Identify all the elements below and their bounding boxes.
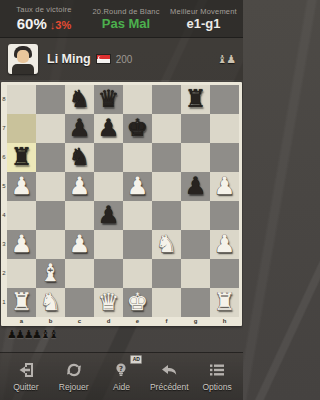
previous-button[interactable]: Précédent: [146, 360, 192, 392]
round-eval: Pas Mal: [88, 16, 164, 32]
square-g1[interactable]: [181, 288, 210, 317]
square-b1[interactable]: ♞: [36, 288, 65, 317]
square-f1[interactable]: [152, 288, 181, 317]
square-d3[interactable]: [94, 230, 123, 259]
square-a2[interactable]: [7, 259, 36, 288]
piece-black-knight[interactable]: ♞: [65, 143, 94, 172]
options-button[interactable]: Options: [194, 360, 240, 392]
piece-black-queen[interactable]: ♛: [94, 85, 123, 114]
file-label-c: c: [65, 317, 94, 326]
piece-white-bishop[interactable]: ♝: [36, 259, 65, 288]
piece-black-rook[interactable]: ♜: [181, 85, 210, 114]
square-a7[interactable]: [7, 114, 36, 143]
square-e3[interactable]: [123, 230, 152, 259]
exit-icon: [16, 360, 36, 380]
piece-white-knight[interactable]: ♞: [36, 288, 65, 317]
square-e1[interactable]: ♚: [123, 288, 152, 317]
square-h5[interactable]: ♟: [210, 172, 239, 201]
square-f5[interactable]: [152, 172, 181, 201]
piece-white-pawn[interactable]: ♟: [210, 230, 239, 259]
square-f8[interactable]: [152, 85, 181, 114]
file-label-b: b: [36, 317, 65, 326]
square-d2[interactable]: [94, 259, 123, 288]
tool-label: Rejouer: [59, 382, 89, 392]
square-c3[interactable]: ♟: [65, 230, 94, 259]
square-b2[interactable]: ♝: [36, 259, 65, 288]
file-label-a: a: [7, 317, 36, 326]
square-h2[interactable]: [210, 259, 239, 288]
singapore-flag-icon: [96, 54, 111, 64]
file-label-f: f: [152, 317, 181, 326]
toolbar: Quitter Rejouer AD ? Aide Précédent Opti…: [0, 352, 243, 400]
square-c1[interactable]: [65, 288, 94, 317]
square-h3[interactable]: ♟: [210, 230, 239, 259]
square-e2[interactable]: [123, 259, 152, 288]
square-g8[interactable]: ♜: [181, 85, 210, 114]
square-b6[interactable]: [36, 143, 65, 172]
file-label-d: d: [94, 317, 123, 326]
square-a8[interactable]: [7, 85, 36, 114]
piece-white-pawn[interactable]: ♟: [65, 230, 94, 259]
square-e6[interactable]: [123, 143, 152, 172]
square-f6[interactable]: [152, 143, 181, 172]
square-b3[interactable]: [36, 230, 65, 259]
piece-black-king[interactable]: ♚: [123, 114, 152, 143]
player-name: Li Ming: [47, 52, 91, 66]
win-rate-label: Taux de victoire: [0, 5, 88, 14]
hint-button[interactable]: AD ? Aide: [98, 360, 144, 392]
hint-icon: ?: [111, 360, 131, 380]
square-b8[interactable]: [36, 85, 65, 114]
stats-bar: Taux de victoire 60% ↓3% 20.Round de Bla…: [0, 0, 243, 38]
undo-icon: [159, 360, 179, 380]
piece-white-pawn[interactable]: ♟: [7, 172, 36, 201]
win-rate-stat: Taux de victoire 60% ↓3%: [0, 5, 88, 33]
tool-label: Options: [202, 382, 231, 392]
chess-board[interactable]: ♞♛♜♟♟♚♜♞♟♟♟♟♟♟♟♟♞♟♝♜♞♛♚♜: [7, 85, 239, 317]
piece-black-rook[interactable]: ♜: [7, 143, 36, 172]
opponent-bar: Li Ming 200 ♝♟: [0, 38, 243, 80]
piece-white-pawn[interactable]: ♟: [123, 172, 152, 201]
piece-white-pawn[interactable]: ♟: [65, 172, 94, 201]
rank-label-8: 8: [1, 85, 7, 114]
square-g2[interactable]: [181, 259, 210, 288]
square-c4[interactable]: [65, 201, 94, 230]
square-e8[interactable]: [123, 85, 152, 114]
square-h1[interactable]: ♜: [210, 288, 239, 317]
rank-label-5: 5: [1, 172, 7, 201]
square-f4[interactable]: [152, 201, 181, 230]
ad-badge: AD: [130, 355, 142, 365]
options-icon: [207, 360, 227, 380]
piece-white-knight[interactable]: ♞: [152, 230, 181, 259]
square-b4[interactable]: [36, 201, 65, 230]
round-label: 20.Round de Blanc: [88, 7, 164, 16]
square-e4[interactable]: [123, 201, 152, 230]
square-h7[interactable]: [210, 114, 239, 143]
square-a6[interactable]: ♜: [7, 143, 36, 172]
rank-label-2: 2: [1, 259, 7, 288]
piece-white-rook[interactable]: ♜: [210, 288, 239, 317]
rank-label-3: 3: [1, 230, 7, 259]
piece-black-pawn[interactable]: ♟: [65, 114, 94, 143]
piece-white-pawn[interactable]: ♟: [7, 230, 36, 259]
piece-black-pawn[interactable]: ♟: [94, 201, 123, 230]
square-c7[interactable]: ♟: [65, 114, 94, 143]
square-c5[interactable]: ♟: [65, 172, 94, 201]
quit-button[interactable]: Quitter: [3, 360, 49, 392]
rank-label-6: 6: [1, 143, 7, 172]
square-e7[interactable]: ♚: [123, 114, 152, 143]
square-e5[interactable]: ♟: [123, 172, 152, 201]
rank-label-4: 4: [1, 201, 7, 230]
player-rating: 200: [116, 54, 133, 65]
svg-text:?: ?: [119, 364, 123, 372]
square-g7[interactable]: [181, 114, 210, 143]
best-move-value: e1-g1: [164, 16, 243, 32]
square-b5[interactable]: [36, 172, 65, 201]
square-g3[interactable]: [181, 230, 210, 259]
piece-black-pawn[interactable]: ♟: [94, 114, 123, 143]
captured-by-white-tray: ♟♟♟♟♝♝: [7, 328, 243, 341]
piece-black-knight[interactable]: ♞: [65, 85, 94, 114]
square-b7[interactable]: [36, 114, 65, 143]
square-c6[interactable]: ♞: [65, 143, 94, 172]
best-move-stat: Meilleur Movement e1-g1: [164, 7, 243, 33]
square-d7[interactable]: ♟: [94, 114, 123, 143]
square-h8[interactable]: [210, 85, 239, 114]
file-labels: abcdefgh: [7, 317, 239, 326]
square-d4[interactable]: ♟: [94, 201, 123, 230]
square-f2[interactable]: [152, 259, 181, 288]
square-c8[interactable]: ♞: [65, 85, 94, 114]
piece-white-king[interactable]: ♚: [123, 288, 152, 317]
rank-label-1: 1: [1, 288, 7, 317]
tool-label: Aide: [113, 382, 130, 392]
replay-button[interactable]: Rejouer: [51, 360, 97, 392]
square-h4[interactable]: [210, 201, 239, 230]
round-stat: 20.Round de Blanc Pas Mal: [88, 7, 164, 33]
file-label-e: e: [123, 317, 152, 326]
win-rate-value: 60%: [17, 15, 47, 34]
square-g4[interactable]: [181, 201, 210, 230]
square-a1[interactable]: ♜: [7, 288, 36, 317]
square-h6[interactable]: [210, 143, 239, 172]
square-g6[interactable]: [181, 143, 210, 172]
piece-white-rook[interactable]: ♜: [7, 288, 36, 317]
replay-icon: [64, 360, 84, 380]
square-a5[interactable]: ♟: [7, 172, 36, 201]
square-g5[interactable]: ♟: [181, 172, 210, 201]
square-f7[interactable]: [152, 114, 181, 143]
square-d6[interactable]: [94, 143, 123, 172]
tool-label: Quitter: [13, 382, 39, 392]
file-label-h: h: [210, 317, 239, 326]
square-f3[interactable]: ♞: [152, 230, 181, 259]
avatar[interactable]: [8, 44, 38, 74]
piece-black-pawn[interactable]: ♟: [181, 172, 210, 201]
best-move-label: Meilleur Movement: [164, 7, 243, 16]
file-label-g: g: [181, 317, 210, 326]
piece-white-pawn[interactable]: ♟: [210, 172, 239, 201]
square-d8[interactable]: ♛: [94, 85, 123, 114]
square-d5[interactable]: [94, 172, 123, 201]
square-d1[interactable]: ♛: [94, 288, 123, 317]
square-a4[interactable]: [7, 201, 36, 230]
square-a3[interactable]: ♟: [7, 230, 36, 259]
captured-by-black-tray: ♝♟: [217, 53, 235, 66]
board-frame: ♞♛♜♟♟♚♜♞♟♟♟♟♟♟♟♟♞♟♝♜♞♛♚♜ 87654321 abcdef…: [1, 82, 242, 326]
win-rate-delta: ↓3%: [50, 19, 71, 33]
tool-label: Précédent: [150, 382, 189, 392]
piece-white-queen[interactable]: ♛: [94, 288, 123, 317]
square-c2[interactable]: [65, 259, 94, 288]
rank-label-7: 7: [1, 114, 7, 143]
